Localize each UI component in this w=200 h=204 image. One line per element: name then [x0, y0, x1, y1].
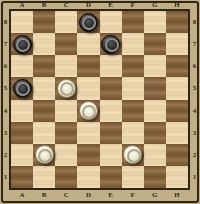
square-a4[interactable] [11, 100, 33, 122]
file-label-a: A [11, 1, 33, 9]
white-man-b2[interactable] [35, 145, 54, 164]
square-g6[interactable] [144, 55, 166, 77]
square-h3[interactable] [166, 122, 188, 144]
square-g2[interactable] [144, 144, 166, 166]
square-d7[interactable] [77, 33, 99, 55]
square-e8[interactable] [100, 11, 122, 33]
square-g3[interactable] [144, 122, 166, 144]
file-label-g: G [144, 1, 166, 9]
file-label-d: D [77, 191, 99, 199]
square-f6[interactable] [122, 55, 144, 77]
square-e5[interactable] [100, 77, 122, 99]
board [9, 9, 190, 190]
rank-label-7: 7 [2, 33, 9, 55]
square-b8[interactable] [33, 11, 55, 33]
rank-label-1: 1 [191, 166, 198, 188]
square-e3[interactable] [100, 122, 122, 144]
square-h1[interactable] [166, 166, 188, 188]
rank-label-3: 3 [2, 122, 9, 144]
rank-label-5: 5 [2, 77, 9, 99]
square-g8[interactable] [144, 11, 166, 33]
black-man-d8[interactable] [79, 13, 98, 32]
file-label-b: B [33, 191, 55, 199]
black-man-e7[interactable] [101, 35, 120, 54]
square-c5[interactable] [55, 77, 77, 99]
square-d6[interactable] [77, 55, 99, 77]
square-f3[interactable] [122, 122, 144, 144]
file-label-b: B [33, 1, 55, 9]
square-d4[interactable] [77, 100, 99, 122]
square-b3[interactable] [33, 122, 55, 144]
square-e4[interactable] [100, 100, 122, 122]
square-f1[interactable] [122, 166, 144, 188]
rank-label-6: 6 [191, 55, 198, 77]
rank-label-5: 5 [191, 77, 198, 99]
square-h5[interactable] [166, 77, 188, 99]
rank-label-3: 3 [191, 122, 198, 144]
file-label-h: H [166, 191, 188, 199]
square-a2[interactable] [11, 144, 33, 166]
square-a5[interactable] [11, 77, 33, 99]
rank-label-8: 8 [2, 11, 9, 33]
file-label-c: C [55, 1, 77, 9]
square-b5[interactable] [33, 77, 55, 99]
board-squares [11, 11, 188, 188]
square-f8[interactable] [122, 11, 144, 33]
bottom-file-labels: ABCDEFGH [11, 191, 188, 199]
square-d8[interactable] [77, 11, 99, 33]
file-label-e: E [100, 1, 122, 9]
rank-label-1: 1 [2, 166, 9, 188]
square-c6[interactable] [55, 55, 77, 77]
square-f2[interactable] [122, 144, 144, 166]
square-a3[interactable] [11, 122, 33, 144]
file-label-d: D [77, 1, 99, 9]
rank-label-2: 2 [191, 144, 198, 166]
rank-label-4: 4 [191, 100, 198, 122]
square-b4[interactable] [33, 100, 55, 122]
rank-label-8: 8 [191, 11, 198, 33]
square-d5[interactable] [77, 77, 99, 99]
square-h6[interactable] [166, 55, 188, 77]
square-c8[interactable] [55, 11, 77, 33]
black-man-a7[interactable] [13, 35, 32, 54]
square-a6[interactable] [11, 55, 33, 77]
checkers-board-screenshot: ABCDEFGH ABCDEFGH 87654321 87654321 [0, 0, 200, 204]
black-man-a5[interactable] [13, 79, 32, 98]
square-b6[interactable] [33, 55, 55, 77]
square-f5[interactable] [122, 77, 144, 99]
file-label-h: H [166, 1, 188, 9]
square-a7[interactable] [11, 33, 33, 55]
square-b7[interactable] [33, 33, 55, 55]
square-e7[interactable] [100, 33, 122, 55]
square-g1[interactable] [144, 166, 166, 188]
white-man-f2[interactable] [123, 145, 142, 164]
square-d1[interactable] [77, 166, 99, 188]
square-a1[interactable] [11, 166, 33, 188]
file-label-a: A [11, 191, 33, 199]
square-b2[interactable] [33, 144, 55, 166]
square-a8[interactable] [11, 11, 33, 33]
right-rank-labels: 87654321 [191, 11, 198, 188]
rank-label-7: 7 [191, 33, 198, 55]
square-e6[interactable] [100, 55, 122, 77]
file-label-e: E [100, 191, 122, 199]
square-g5[interactable] [144, 77, 166, 99]
square-c1[interactable] [55, 166, 77, 188]
square-f4[interactable] [122, 100, 144, 122]
file-label-f: F [122, 1, 144, 9]
rank-label-4: 4 [2, 100, 9, 122]
square-c7[interactable] [55, 33, 77, 55]
square-g7[interactable] [144, 33, 166, 55]
square-h8[interactable] [166, 11, 188, 33]
square-f7[interactable] [122, 33, 144, 55]
white-man-d4[interactable] [79, 101, 98, 120]
rank-label-6: 6 [2, 55, 9, 77]
square-h7[interactable] [166, 33, 188, 55]
square-h4[interactable] [166, 100, 188, 122]
file-label-c: C [55, 191, 77, 199]
file-label-f: F [122, 191, 144, 199]
square-d3[interactable] [77, 122, 99, 144]
square-g4[interactable] [144, 100, 166, 122]
file-label-g: G [144, 191, 166, 199]
square-h2[interactable] [166, 144, 188, 166]
square-c2[interactable] [55, 144, 77, 166]
square-e1[interactable] [100, 166, 122, 188]
left-rank-labels: 87654321 [2, 11, 9, 188]
square-c3[interactable] [55, 122, 77, 144]
square-c4[interactable] [55, 100, 77, 122]
square-e2[interactable] [100, 144, 122, 166]
white-man-c5[interactable] [57, 79, 76, 98]
top-file-labels: ABCDEFGH [11, 1, 188, 9]
rank-label-2: 2 [2, 144, 9, 166]
square-d2[interactable] [77, 144, 99, 166]
square-b1[interactable] [33, 166, 55, 188]
